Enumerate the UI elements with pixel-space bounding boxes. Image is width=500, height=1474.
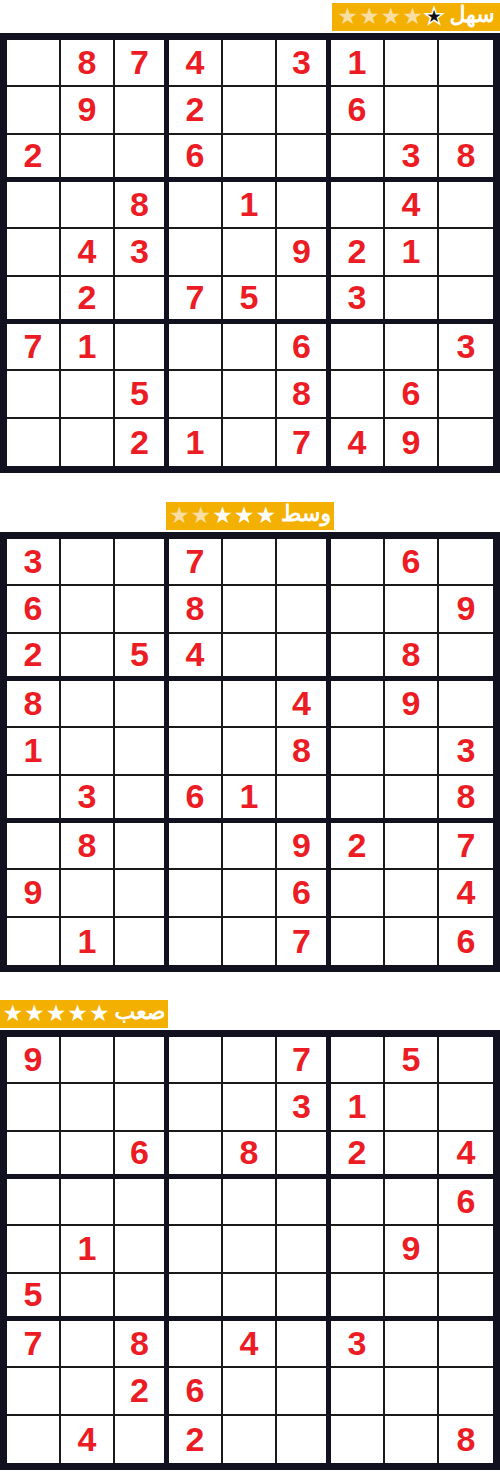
cell-r3c5[interactable] bbox=[223, 634, 277, 681]
cell-r9c7: 4 bbox=[331, 419, 385, 466]
cell-r1c1: 3 bbox=[7, 539, 61, 586]
cell-r7c7: 2 bbox=[331, 823, 385, 870]
cell-r7c1: 7 bbox=[7, 324, 61, 371]
cell-r7c6: 9 bbox=[277, 823, 331, 870]
star-icon: ★ bbox=[67, 1002, 88, 1025]
cell-r8c9[interactable] bbox=[439, 1368, 493, 1415]
star-icon: ★ bbox=[255, 504, 276, 527]
cell-r6c8[interactable] bbox=[385, 776, 439, 823]
cell-r9c1[interactable] bbox=[7, 419, 61, 466]
cell-r8c2[interactable] bbox=[61, 371, 115, 418]
cell-r2c8[interactable] bbox=[385, 586, 439, 633]
cell-r5c9[interactable] bbox=[439, 1226, 493, 1273]
cell-r9c9: 6 bbox=[439, 918, 493, 965]
cell-r9c7[interactable] bbox=[331, 918, 385, 965]
cell-r3c1: 2 bbox=[7, 135, 61, 182]
cell-r1c8[interactable] bbox=[385, 40, 439, 87]
cell-r5c3: 3 bbox=[115, 229, 169, 276]
cell-r2c7[interactable] bbox=[331, 586, 385, 633]
cell-r2c2[interactable] bbox=[61, 586, 115, 633]
cell-r5c7[interactable] bbox=[331, 728, 385, 775]
cell-r7c8[interactable] bbox=[385, 823, 439, 870]
cell-r4c1[interactable] bbox=[7, 1179, 61, 1226]
star-icon: ★ bbox=[212, 504, 233, 527]
cell-r6c7[interactable] bbox=[331, 776, 385, 823]
difficulty-banner-medium: ★★★★★ وسط bbox=[166, 502, 334, 530]
cell-r6c2: 3 bbox=[61, 776, 115, 823]
cell-r3c3: 6 bbox=[115, 1132, 169, 1179]
cell-r1c5[interactable] bbox=[223, 40, 277, 87]
cell-r7c2[interactable] bbox=[61, 1321, 115, 1368]
cell-r1c8: 5 bbox=[385, 1037, 439, 1084]
cell-r4c9[interactable] bbox=[439, 182, 493, 229]
cell-r5c6: 9 bbox=[277, 229, 331, 276]
cell-r7c3: 8 bbox=[115, 1321, 169, 1368]
cell-r4c2[interactable] bbox=[61, 182, 115, 229]
cell-r3c4: 4 bbox=[169, 634, 223, 681]
cell-r6c1[interactable] bbox=[7, 776, 61, 823]
cell-r2c1[interactable] bbox=[7, 1084, 61, 1131]
cell-r8c2[interactable] bbox=[61, 870, 115, 917]
puzzle-section-hard: ★★★★★ صعب 9753168246195784326428 bbox=[0, 1000, 500, 1470]
cell-r8c1[interactable] bbox=[7, 1368, 61, 1415]
cell-r3c8: 3 bbox=[385, 135, 439, 182]
cell-r1c2[interactable] bbox=[61, 1037, 115, 1084]
cell-r3c6[interactable] bbox=[277, 1132, 331, 1179]
cell-r1c8: 6 bbox=[385, 539, 439, 586]
cell-r9c9[interactable] bbox=[439, 419, 493, 466]
cell-r7c6: 6 bbox=[277, 324, 331, 371]
cell-r2c9[interactable] bbox=[439, 1084, 493, 1131]
cell-r5c1[interactable] bbox=[7, 1226, 61, 1273]
difficulty-label-easy: سهل bbox=[449, 4, 494, 26]
star-rating-hard: ★★★★★ bbox=[2, 1003, 109, 1026]
cell-r8c8[interactable] bbox=[385, 1368, 439, 1415]
cell-r3c9: 8 bbox=[439, 135, 493, 182]
cell-r1c6[interactable] bbox=[277, 539, 331, 586]
cell-r9c3: 2 bbox=[115, 419, 169, 466]
cell-r5c6: 8 bbox=[277, 728, 331, 775]
cell-r6c4: 7 bbox=[169, 277, 223, 324]
cell-r6c1[interactable] bbox=[7, 277, 61, 324]
cell-r5c5[interactable] bbox=[223, 229, 277, 276]
cell-r8c6: 6 bbox=[277, 870, 331, 917]
cell-r5c6[interactable] bbox=[277, 1226, 331, 1273]
cell-r9c5[interactable] bbox=[223, 1416, 277, 1463]
cell-r1c3[interactable] bbox=[115, 539, 169, 586]
cell-r4c2[interactable] bbox=[61, 1179, 115, 1226]
star-icon: ★ bbox=[89, 1002, 110, 1025]
cell-r8c1[interactable] bbox=[7, 371, 61, 418]
cell-r6c8[interactable] bbox=[385, 277, 439, 324]
cell-r3c3[interactable] bbox=[115, 135, 169, 182]
cell-r1c4: 4 bbox=[169, 40, 223, 87]
cell-r7c4[interactable] bbox=[169, 1321, 223, 1368]
cell-r7c7: 3 bbox=[331, 1321, 385, 1368]
cell-r4c9[interactable] bbox=[439, 681, 493, 728]
cell-r4c8: 9 bbox=[385, 681, 439, 728]
cell-r9c1[interactable] bbox=[7, 1416, 61, 1463]
cell-r9c3[interactable] bbox=[115, 918, 169, 965]
cell-r9c4: 1 bbox=[169, 419, 223, 466]
cell-r4c4[interactable] bbox=[169, 1179, 223, 1226]
star-rating-easy: ★★★★★ bbox=[337, 6, 444, 29]
cell-r8c5[interactable] bbox=[223, 1368, 277, 1415]
cell-r6c6[interactable] bbox=[277, 776, 331, 823]
cell-r7c9: 3 bbox=[439, 324, 493, 371]
cell-r6c5: 1 bbox=[223, 776, 277, 823]
cell-r2c3[interactable] bbox=[115, 87, 169, 134]
sudoku-grid-easy: 874319262638814439212753716358621749 bbox=[0, 33, 500, 473]
cell-r2c7: 1 bbox=[331, 1084, 385, 1131]
cell-r4c1: 8 bbox=[7, 681, 61, 728]
star-rating-medium: ★★★★★ bbox=[169, 505, 276, 528]
cell-r2c9[interactable] bbox=[439, 87, 493, 134]
cell-r2c8[interactable] bbox=[385, 87, 439, 134]
cell-r7c4[interactable] bbox=[169, 324, 223, 371]
cell-r9c2: 4 bbox=[61, 1416, 115, 1463]
cell-r8c2[interactable] bbox=[61, 1368, 115, 1415]
cell-r2c4: 2 bbox=[169, 87, 223, 134]
cell-r2c4[interactable] bbox=[169, 1084, 223, 1131]
cell-r7c5[interactable] bbox=[223, 823, 277, 870]
cell-r4c3: 8 bbox=[115, 182, 169, 229]
cell-r1c9[interactable] bbox=[439, 1037, 493, 1084]
cell-r1c7[interactable] bbox=[331, 1037, 385, 1084]
cell-r2c8[interactable] bbox=[385, 1084, 439, 1131]
cell-r9c5[interactable] bbox=[223, 419, 277, 466]
difficulty-label-hard: صعب bbox=[115, 1001, 166, 1023]
cell-r2c5[interactable] bbox=[223, 87, 277, 134]
cell-r2c4: 8 bbox=[169, 586, 223, 633]
cell-r8c8[interactable] bbox=[385, 870, 439, 917]
cell-r2c5[interactable] bbox=[223, 1084, 277, 1131]
cell-r9c1[interactable] bbox=[7, 918, 61, 965]
sudoku-grid-hard: 9753168246195784326428 bbox=[0, 1030, 500, 1470]
cell-r7c3[interactable] bbox=[115, 324, 169, 371]
star-icon: ★ bbox=[381, 5, 402, 28]
cell-r5c4[interactable] bbox=[169, 1226, 223, 1273]
cell-r6c7[interactable] bbox=[331, 1274, 385, 1321]
cell-r4c5[interactable] bbox=[223, 1179, 277, 1226]
cell-r2c6[interactable] bbox=[277, 87, 331, 134]
cell-r9c4[interactable] bbox=[169, 918, 223, 965]
cell-r6c2[interactable] bbox=[61, 1274, 115, 1321]
cell-r3c9: 4 bbox=[439, 1132, 493, 1179]
cell-r5c8[interactable] bbox=[385, 728, 439, 775]
star-icon: ★ bbox=[24, 1002, 45, 1025]
star-icon: ★ bbox=[2, 1002, 23, 1025]
cell-r3c4: 6 bbox=[169, 135, 223, 182]
cell-r7c8[interactable] bbox=[385, 1321, 439, 1368]
cell-r6c5: 5 bbox=[223, 277, 277, 324]
cell-r5c9[interactable] bbox=[439, 229, 493, 276]
cell-r8c9[interactable] bbox=[439, 371, 493, 418]
cell-r8c7[interactable] bbox=[331, 371, 385, 418]
cell-r1c7[interactable] bbox=[331, 539, 385, 586]
cell-r5c3[interactable] bbox=[115, 728, 169, 775]
difficulty-banner-easy: ★★★★★ سهل bbox=[332, 3, 500, 31]
cell-r2c7: 6 bbox=[331, 87, 385, 134]
cell-r5c1: 1 bbox=[7, 728, 61, 775]
cell-r4c9: 6 bbox=[439, 1179, 493, 1226]
cell-r7c2: 1 bbox=[61, 324, 115, 371]
cell-r5c5[interactable] bbox=[223, 1226, 277, 1273]
cell-r3c6[interactable] bbox=[277, 634, 331, 681]
cell-r3c6[interactable] bbox=[277, 135, 331, 182]
cell-r6c2: 2 bbox=[61, 277, 115, 324]
cell-r3c8: 8 bbox=[385, 634, 439, 681]
cell-r1c1[interactable] bbox=[7, 40, 61, 87]
cell-r6c3[interactable] bbox=[115, 277, 169, 324]
cell-r7c9[interactable] bbox=[439, 1321, 493, 1368]
spacer bbox=[0, 473, 500, 502]
cell-r8c3: 5 bbox=[115, 371, 169, 418]
cell-r8c9: 4 bbox=[439, 870, 493, 917]
cell-r7c6[interactable] bbox=[277, 1321, 331, 1368]
cell-r4c8[interactable] bbox=[385, 1179, 439, 1226]
cell-r3c2[interactable] bbox=[61, 634, 115, 681]
cell-r6c3[interactable] bbox=[115, 776, 169, 823]
cell-r5c2[interactable] bbox=[61, 728, 115, 775]
cell-r5c7[interactable] bbox=[331, 1226, 385, 1273]
cell-r3c8[interactable] bbox=[385, 1132, 439, 1179]
cell-r5c2: 4 bbox=[61, 229, 115, 276]
cell-r1c5[interactable] bbox=[223, 539, 277, 586]
cell-r4c8: 4 bbox=[385, 182, 439, 229]
puzzle-section-easy: ★★★★★ سهل 874319262638814439212753716358… bbox=[0, 3, 500, 473]
cell-r2c3[interactable] bbox=[115, 1084, 169, 1131]
sudoku-grid-medium: 376689254884918336188927964176 bbox=[0, 532, 500, 972]
cell-r7c9: 7 bbox=[439, 823, 493, 870]
cell-r6c7: 3 bbox=[331, 277, 385, 324]
cell-r5c7: 2 bbox=[331, 229, 385, 276]
cell-r7c5: 4 bbox=[223, 1321, 277, 1368]
cell-r6c3[interactable] bbox=[115, 1274, 169, 1321]
cell-r3c1[interactable] bbox=[7, 1132, 61, 1179]
cell-r1c7: 1 bbox=[331, 40, 385, 87]
cell-r5c1[interactable] bbox=[7, 229, 61, 276]
cell-r3c5: 8 bbox=[223, 1132, 277, 1179]
cell-r9c8[interactable] bbox=[385, 918, 439, 965]
cell-r4c3[interactable] bbox=[115, 1179, 169, 1226]
cell-r1c6: 7 bbox=[277, 1037, 331, 1084]
cell-r5c3[interactable] bbox=[115, 1226, 169, 1273]
cell-r3c4[interactable] bbox=[169, 1132, 223, 1179]
cell-r5c4[interactable] bbox=[169, 728, 223, 775]
cell-r6c9[interactable] bbox=[439, 277, 493, 324]
sudoku-sheet: ★★★★★ سهل 874319262638814439212753716358… bbox=[0, 0, 500, 1470]
cell-r3c7[interactable] bbox=[331, 135, 385, 182]
star-icon: ★ bbox=[402, 5, 423, 28]
cell-r5c9: 3 bbox=[439, 728, 493, 775]
cell-r8c3[interactable] bbox=[115, 870, 169, 917]
cell-r8c5[interactable] bbox=[223, 870, 277, 917]
cell-r9c3[interactable] bbox=[115, 1416, 169, 1463]
cell-r2c5[interactable] bbox=[223, 586, 277, 633]
cell-r5c5[interactable] bbox=[223, 728, 277, 775]
cell-r7c7[interactable] bbox=[331, 324, 385, 371]
cell-r4c5: 1 bbox=[223, 182, 277, 229]
cell-r9c6: 7 bbox=[277, 918, 331, 965]
cell-r4c3[interactable] bbox=[115, 681, 169, 728]
cell-r2c3[interactable] bbox=[115, 586, 169, 633]
cell-r7c3[interactable] bbox=[115, 823, 169, 870]
cell-r9c2: 1 bbox=[61, 918, 115, 965]
cell-r6c6[interactable] bbox=[277, 1274, 331, 1321]
cell-r1c2[interactable] bbox=[61, 539, 115, 586]
puzzle-section-medium: ★★★★★ وسط 376689254884918336188927964176 bbox=[0, 502, 500, 972]
cell-r8c6[interactable] bbox=[277, 1368, 331, 1415]
cell-r3c7[interactable] bbox=[331, 634, 385, 681]
cell-r3c9[interactable] bbox=[439, 634, 493, 681]
cell-r8c6: 8 bbox=[277, 371, 331, 418]
cell-r1c2: 8 bbox=[61, 40, 115, 87]
cell-r7c4[interactable] bbox=[169, 823, 223, 870]
cell-r8c3: 2 bbox=[115, 1368, 169, 1415]
cell-r1c1: 9 bbox=[7, 1037, 61, 1084]
cell-r6c5[interactable] bbox=[223, 1274, 277, 1321]
cell-r9c5[interactable] bbox=[223, 918, 277, 965]
cell-r6c4[interactable] bbox=[169, 1274, 223, 1321]
cell-r4c7[interactable] bbox=[331, 681, 385, 728]
cell-r4c2[interactable] bbox=[61, 681, 115, 728]
cell-r1c3[interactable] bbox=[115, 1037, 169, 1084]
cell-r4c6[interactable] bbox=[277, 182, 331, 229]
cell-r9c4: 2 bbox=[169, 1416, 223, 1463]
cell-r8c8: 6 bbox=[385, 371, 439, 418]
cell-r9c2[interactable] bbox=[61, 419, 115, 466]
cell-r6c8[interactable] bbox=[385, 1274, 439, 1321]
spacer bbox=[0, 972, 500, 1000]
cell-r2c1[interactable] bbox=[7, 87, 61, 134]
cell-r2c2[interactable] bbox=[61, 1084, 115, 1131]
cell-r1c4[interactable] bbox=[169, 1037, 223, 1084]
cell-r6c9: 8 bbox=[439, 776, 493, 823]
cell-r4c6: 4 bbox=[277, 681, 331, 728]
cell-r7c5[interactable] bbox=[223, 324, 277, 371]
cell-r2c6[interactable] bbox=[277, 586, 331, 633]
cell-r5c8: 1 bbox=[385, 229, 439, 276]
cell-r6c4: 6 bbox=[169, 776, 223, 823]
star-icon: ★ bbox=[359, 5, 380, 28]
cell-r4c6[interactable] bbox=[277, 1179, 331, 1226]
cell-r3c1: 2 bbox=[7, 634, 61, 681]
cell-r4c4[interactable] bbox=[169, 182, 223, 229]
cell-r8c1: 9 bbox=[7, 870, 61, 917]
cell-r7c1: 7 bbox=[7, 1321, 61, 1368]
cell-r4c7[interactable] bbox=[331, 182, 385, 229]
cell-r3c2[interactable] bbox=[61, 135, 115, 182]
cell-r1c9[interactable] bbox=[439, 539, 493, 586]
cell-r3c5[interactable] bbox=[223, 135, 277, 182]
cell-r2c2: 9 bbox=[61, 87, 115, 134]
star-icon: ★ bbox=[234, 504, 255, 527]
star-icon: ★ bbox=[424, 5, 445, 28]
cell-r1c5[interactable] bbox=[223, 1037, 277, 1084]
cell-r1c6: 3 bbox=[277, 40, 331, 87]
cell-r8c7[interactable] bbox=[331, 1368, 385, 1415]
cell-r9c7[interactable] bbox=[331, 1416, 385, 1463]
cell-r3c7: 2 bbox=[331, 1132, 385, 1179]
cell-r7c1[interactable] bbox=[7, 823, 61, 870]
cell-r4c4[interactable] bbox=[169, 681, 223, 728]
cell-r6c1: 5 bbox=[7, 1274, 61, 1321]
cell-r7c2: 8 bbox=[61, 823, 115, 870]
cell-r5c8: 9 bbox=[385, 1226, 439, 1273]
cell-r9c6[interactable] bbox=[277, 1416, 331, 1463]
star-icon: ★ bbox=[337, 5, 358, 28]
cell-r6c9[interactable] bbox=[439, 1274, 493, 1321]
cell-r3c3: 5 bbox=[115, 634, 169, 681]
cell-r1c9[interactable] bbox=[439, 40, 493, 87]
cell-r4c5[interactable] bbox=[223, 681, 277, 728]
cell-r7c8[interactable] bbox=[385, 324, 439, 371]
star-icon: ★ bbox=[46, 1002, 67, 1025]
cell-r6c6[interactable] bbox=[277, 277, 331, 324]
cell-r8c5[interactable] bbox=[223, 371, 277, 418]
cell-r1c4: 7 bbox=[169, 539, 223, 586]
cell-r5c4[interactable] bbox=[169, 229, 223, 276]
cell-r2c1: 6 bbox=[7, 586, 61, 633]
cell-r9c6: 7 bbox=[277, 419, 331, 466]
cell-r4c1[interactable] bbox=[7, 182, 61, 229]
cell-r9c8: 9 bbox=[385, 419, 439, 466]
cell-r2c6: 3 bbox=[277, 1084, 331, 1131]
cell-r8c4[interactable] bbox=[169, 371, 223, 418]
cell-r4c7[interactable] bbox=[331, 1179, 385, 1226]
cell-r9c8[interactable] bbox=[385, 1416, 439, 1463]
cell-r3c2[interactable] bbox=[61, 1132, 115, 1179]
star-icon: ★ bbox=[169, 504, 190, 527]
cell-r9c9: 8 bbox=[439, 1416, 493, 1463]
cell-r8c4[interactable] bbox=[169, 870, 223, 917]
cell-r8c4: 6 bbox=[169, 1368, 223, 1415]
star-icon: ★ bbox=[191, 504, 212, 527]
cell-r2c9: 9 bbox=[439, 586, 493, 633]
difficulty-banner-hard: ★★★★★ صعب bbox=[0, 1000, 168, 1028]
difficulty-label-medium: وسط bbox=[281, 503, 331, 525]
cell-r8c7[interactable] bbox=[331, 870, 385, 917]
cell-r5c2: 1 bbox=[61, 1226, 115, 1273]
cell-r1c3: 7 bbox=[115, 40, 169, 87]
